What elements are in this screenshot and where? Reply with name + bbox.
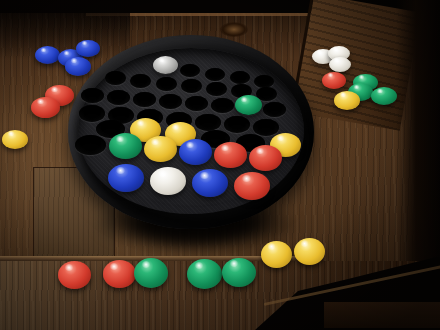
photo-scene: [0, 0, 440, 330]
marble-green[interactable]: [187, 259, 222, 289]
marble-yellow[interactable]: [334, 91, 360, 110]
marble-green[interactable]: [371, 87, 397, 105]
marble-yellow[interactable]: [294, 238, 325, 265]
table-marbles-layer: [0, 0, 440, 330]
marble-green[interactable]: [222, 258, 256, 287]
marble-blue[interactable]: [65, 57, 91, 76]
marble-white[interactable]: [329, 57, 351, 72]
marble-yellow[interactable]: [2, 130, 28, 149]
marble-red[interactable]: [322, 72, 346, 89]
marble-red[interactable]: [103, 260, 136, 288]
marble-green[interactable]: [134, 258, 168, 288]
marble-blue[interactable]: [35, 46, 60, 64]
marble-red[interactable]: [58, 261, 91, 289]
marble-blue[interactable]: [76, 40, 100, 57]
marble-red[interactable]: [31, 97, 60, 118]
marble-yellow[interactable]: [261, 241, 292, 268]
